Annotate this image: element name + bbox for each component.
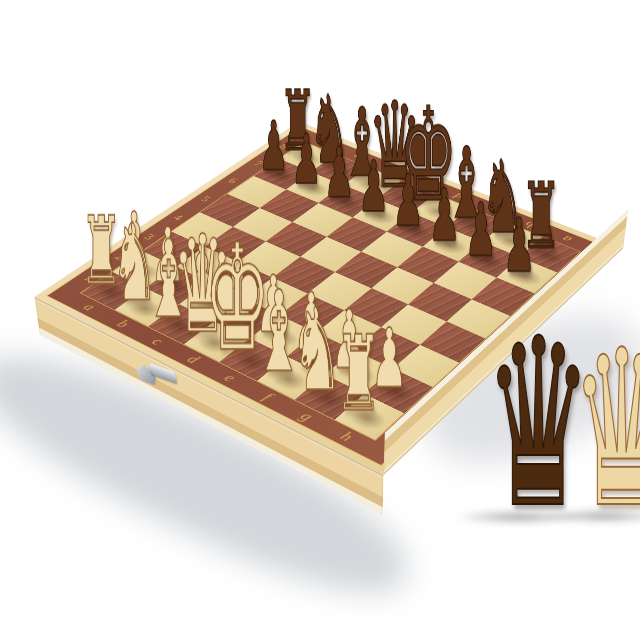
spare-light-queen[interactable]: ♛ xyxy=(541,346,640,524)
product-photo: abcdefgh abcdefgh 87654321 87654321 ♜♞♝♛… xyxy=(0,0,640,640)
light-queen-glyph: ♛ xyxy=(571,346,637,514)
piece-shadow xyxy=(541,508,640,524)
piece-black-pawn[interactable]: ♟ xyxy=(472,207,565,282)
piece-white-rook[interactable]: ♜ xyxy=(306,322,411,426)
